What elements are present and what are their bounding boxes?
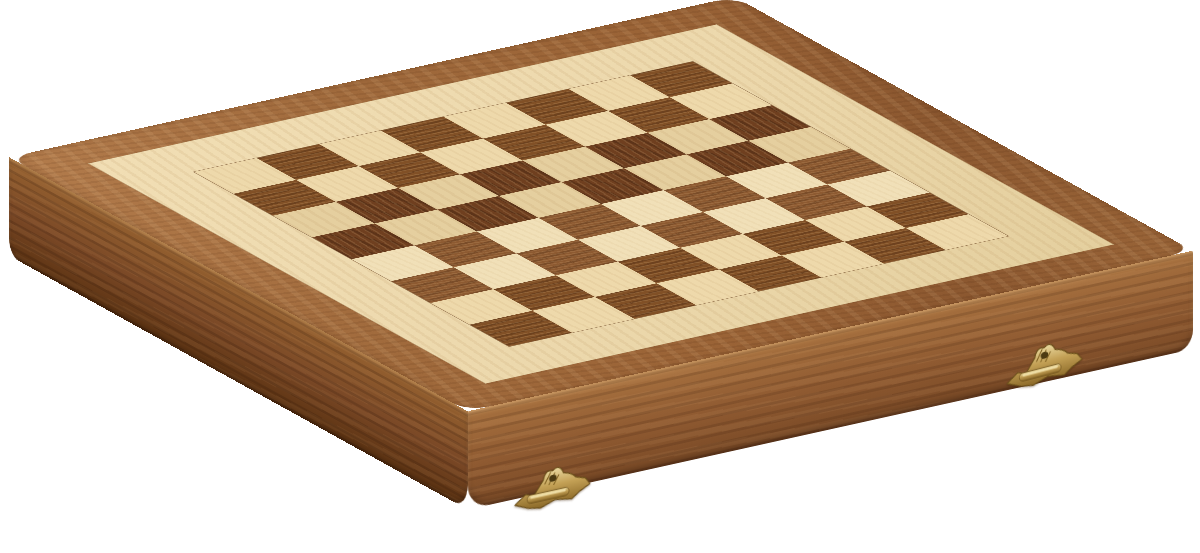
square-d5: [499, 182, 601, 218]
brass-clasp-icon: [508, 450, 596, 526]
brass-clasp-left: [508, 450, 596, 526]
brass-clasp-right: [999, 326, 1089, 405]
square-c5: [437, 196, 539, 232]
square-g4: [726, 163, 828, 199]
board-grid: [194, 61, 1008, 346]
brass-clasp-icon: [999, 326, 1089, 405]
